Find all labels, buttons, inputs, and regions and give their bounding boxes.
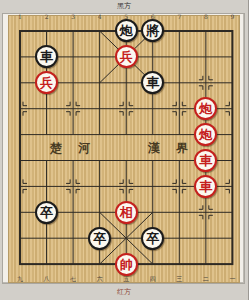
piece-black-chariot[interactable]: 車 [35,45,58,68]
xiangqi-board[interactable]: 炮將車兵兵車炮炮車車卒相卒卒帥 [7,18,246,277]
piece-red-chariot[interactable]: 車 [194,149,217,172]
piece-red-elephant[interactable]: 相 [115,201,138,224]
red-side-label: 红方 [0,285,248,300]
piece-red-general[interactable]: 帥 [115,253,138,276]
piece-red-cannon[interactable]: 炮 [194,123,217,146]
piece-black-soldier[interactable]: 卒 [35,201,58,224]
xiangqi-app-window: 黑方 123456789 九八七六五四三二一 楚 河 漢 界 炮將車兵兵車炮炮車… [0,0,249,300]
piece-black-cannon[interactable]: 炮 [115,19,138,42]
piece-red-cannon[interactable]: 炮 [194,97,217,120]
piece-black-soldier[interactable]: 卒 [88,227,111,250]
piece-black-general[interactable]: 將 [141,19,164,42]
piece-black-chariot[interactable]: 車 [141,71,164,94]
piece-red-soldier[interactable]: 兵 [35,71,58,94]
piece-red-chariot[interactable]: 車 [194,175,217,198]
black-side-label: 黑方 [0,0,248,13]
piece-red-soldier[interactable]: 兵 [115,45,138,68]
piece-black-soldier[interactable]: 卒 [141,227,164,250]
